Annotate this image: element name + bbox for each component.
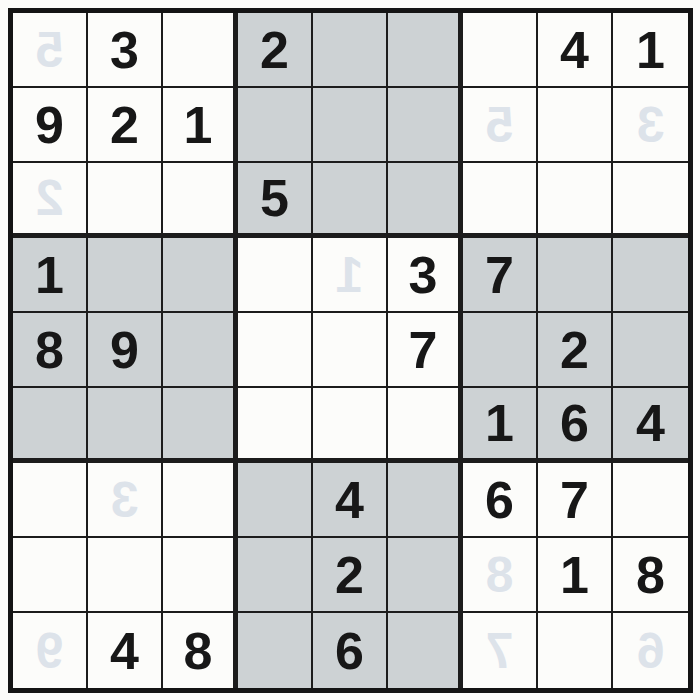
cell-r6c3[interactable] (163, 388, 238, 463)
given-digit: 4 (560, 24, 589, 76)
given-digit: 2 (560, 324, 589, 376)
cell-r7c2[interactable]: 3 (88, 463, 163, 538)
ghost-digit: 1 (313, 238, 386, 311)
cell-r5c1[interactable]: 8 (13, 313, 88, 388)
cell-r6c5[interactable] (313, 388, 388, 463)
cell-r4c5[interactable]: 1 (313, 238, 388, 313)
cell-r4c2[interactable] (88, 238, 163, 313)
cell-r8c2[interactable] (88, 538, 163, 613)
sudoku-board: 5324192153251137897216434672818948676 (8, 8, 693, 693)
given-digit: 3 (110, 24, 139, 76)
given-digit: 9 (110, 324, 139, 376)
cell-r6c6[interactable] (388, 388, 463, 463)
given-digit: 7 (485, 249, 514, 301)
given-digit: 1 (485, 397, 514, 449)
given-digit: 5 (260, 172, 289, 224)
ghost-digit: 7 (463, 613, 536, 688)
ghost-digit: 8 (463, 538, 536, 611)
given-digit: 6 (335, 625, 364, 677)
cell-r5c6[interactable]: 7 (388, 313, 463, 388)
cell-r4c3[interactable] (163, 238, 238, 313)
given-digit: 9 (35, 99, 64, 151)
given-digit: 6 (485, 474, 514, 526)
cell-r5c7[interactable] (463, 313, 538, 388)
given-digit: 3 (409, 249, 438, 301)
cell-r7c6[interactable] (388, 463, 463, 538)
cell-r8c8[interactable]: 1 (538, 538, 613, 613)
ghost-digit: 9 (13, 613, 86, 688)
ghost-digit: 3 (88, 463, 161, 536)
cell-r6c7[interactable]: 1 (463, 388, 538, 463)
cell-r4c6[interactable]: 3 (388, 238, 463, 313)
cell-r3c5[interactable] (313, 163, 388, 238)
cell-r3c8[interactable] (538, 163, 613, 238)
cell-r2c3[interactable]: 1 (163, 88, 238, 163)
cell-r9c2[interactable]: 4 (88, 613, 163, 688)
cell-r5c4[interactable] (238, 313, 313, 388)
cell-r9c9[interactable]: 6 (613, 613, 688, 688)
cell-r5c3[interactable] (163, 313, 238, 388)
ghost-digit: 5 (463, 88, 536, 161)
cell-r8c7[interactable]: 8 (463, 538, 538, 613)
cell-r9c6[interactable] (388, 613, 463, 688)
given-digit: 1 (184, 99, 213, 151)
cell-r6c4[interactable] (238, 388, 313, 463)
cell-r1c4[interactable]: 2 (238, 13, 313, 88)
cell-r7c1[interactable] (13, 463, 88, 538)
cell-r5c8[interactable]: 2 (538, 313, 613, 388)
cell-r2c8[interactable] (538, 88, 613, 163)
cell-r1c9[interactable]: 1 (613, 13, 688, 88)
scanned-puzzle-page: 5324192153251137897216434672818948676 (0, 0, 700, 700)
cell-r9c4[interactable] (238, 613, 313, 688)
cell-r7c7[interactable]: 6 (463, 463, 538, 538)
cell-r2c6[interactable] (388, 88, 463, 163)
cell-r7c5[interactable]: 4 (313, 463, 388, 538)
given-digit: 8 (35, 324, 64, 376)
cell-r3c9[interactable] (613, 163, 688, 238)
cell-r1c8[interactable]: 4 (538, 13, 613, 88)
cell-r2c1[interactable]: 9 (13, 88, 88, 163)
given-digit: 4 (110, 625, 139, 677)
given-digit: 2 (110, 99, 139, 151)
cell-r1c5[interactable] (313, 13, 388, 88)
cell-r2c7[interactable]: 5 (463, 88, 538, 163)
cell-r5c9[interactable] (613, 313, 688, 388)
cell-r5c2[interactable]: 9 (88, 313, 163, 388)
cell-r9c7[interactable]: 7 (463, 613, 538, 688)
given-digit: 2 (260, 24, 289, 76)
given-digit: 8 (636, 549, 665, 601)
cell-r7c8[interactable]: 7 (538, 463, 613, 538)
cell-r7c9[interactable] (613, 463, 688, 538)
ghost-digit: 2 (13, 163, 86, 233)
cell-r4c1[interactable]: 1 (13, 238, 88, 313)
cell-r8c9[interactable]: 8 (613, 538, 688, 613)
cell-r9c5[interactable]: 6 (313, 613, 388, 688)
cell-r6c9[interactable]: 4 (613, 388, 688, 463)
cell-r3c1[interactable]: 2 (13, 163, 88, 238)
cell-r6c8[interactable]: 6 (538, 388, 613, 463)
given-digit: 4 (636, 397, 665, 449)
given-digit: 8 (184, 625, 213, 677)
cell-r1c3[interactable] (163, 13, 238, 88)
given-digit: 1 (560, 549, 589, 601)
ghost-digit: 3 (613, 88, 688, 161)
cell-r3c2[interactable] (88, 163, 163, 238)
cell-r3c3[interactable] (163, 163, 238, 238)
ghost-digit: 5 (13, 13, 86, 86)
cell-r7c3[interactable] (163, 463, 238, 538)
cell-r8c4[interactable] (238, 538, 313, 613)
cell-r1c1[interactable]: 5 (13, 13, 88, 88)
cell-r6c2[interactable] (88, 388, 163, 463)
cell-r7c4[interactable] (238, 463, 313, 538)
cell-r2c5[interactable] (313, 88, 388, 163)
cell-r1c6[interactable] (388, 13, 463, 88)
cell-r1c2[interactable]: 3 (88, 13, 163, 88)
given-digit: 7 (409, 324, 438, 376)
given-digit: 7 (560, 474, 589, 526)
cell-r2c2[interactable]: 2 (88, 88, 163, 163)
cell-r8c6[interactable] (388, 538, 463, 613)
cell-r3c4[interactable]: 5 (238, 163, 313, 238)
cell-r6c1[interactable] (13, 388, 88, 463)
given-digit: 4 (335, 474, 364, 526)
cell-r4c8[interactable] (538, 238, 613, 313)
cell-r9c8[interactable] (538, 613, 613, 688)
cell-r5c5[interactable] (313, 313, 388, 388)
given-digit: 1 (35, 249, 64, 301)
cell-r2c4[interactable] (238, 88, 313, 163)
cell-r3c7[interactable] (463, 163, 538, 238)
cell-r9c3[interactable]: 8 (163, 613, 238, 688)
given-digit: 2 (335, 549, 364, 601)
cell-r4c9[interactable] (613, 238, 688, 313)
cell-r3c6[interactable] (388, 163, 463, 238)
ghost-digit: 6 (613, 613, 688, 688)
given-digit: 1 (636, 24, 665, 76)
cell-r4c7[interactable]: 7 (463, 238, 538, 313)
cell-r4c4[interactable] (238, 238, 313, 313)
given-digit: 6 (560, 397, 589, 449)
cell-r2c9[interactable]: 3 (613, 88, 688, 163)
cell-r9c1[interactable]: 9 (13, 613, 88, 688)
cell-r8c3[interactable] (163, 538, 238, 613)
cell-r1c7[interactable] (463, 13, 538, 88)
cell-r8c5[interactable]: 2 (313, 538, 388, 613)
cell-r8c1[interactable] (13, 538, 88, 613)
